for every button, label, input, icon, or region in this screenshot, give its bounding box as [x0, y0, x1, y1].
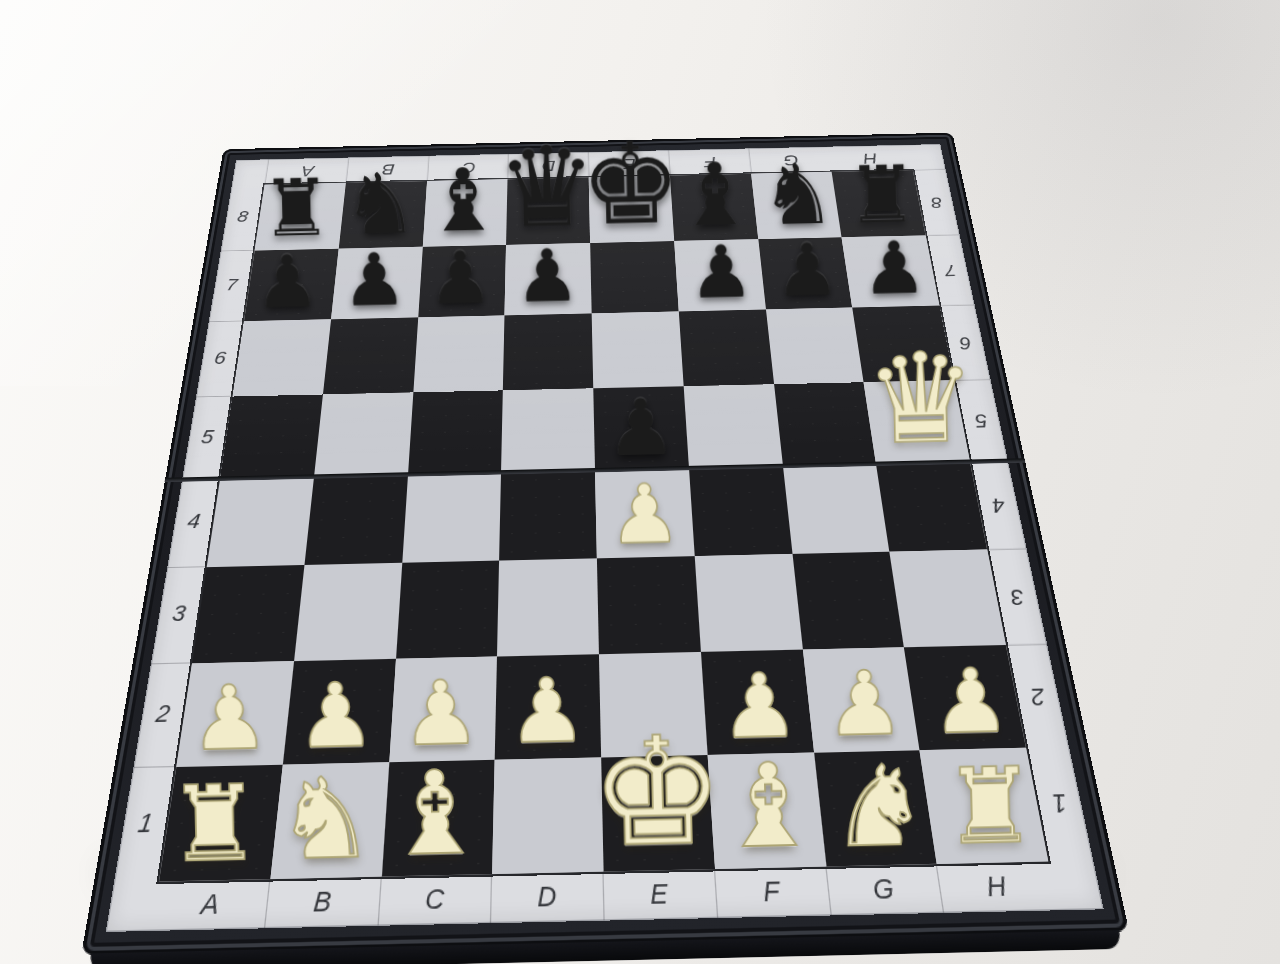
white-pawn-h2[interactable]: ♟ — [930, 659, 1011, 745]
square-a5[interactable] — [220, 395, 323, 479]
white-bishop-f1[interactable]: ♝ — [716, 751, 821, 862]
square-d5[interactable] — [501, 389, 595, 473]
square-b4[interactable] — [304, 474, 407, 564]
square-e8[interactable]: ♚ — [589, 176, 674, 243]
file-label-far-e: E — [588, 150, 670, 177]
square-c7[interactable]: ♟ — [418, 245, 506, 317]
white-pawn-d2[interactable]: ♟ — [507, 669, 588, 755]
board-grid: ♜♞♝♛♚♝♞♜♟♟♟♟♟♟♟♟♛♟♟♟♟♟♟♟♟♜♞♝♚♝♞♜ — [159, 170, 1048, 882]
file-label-b: B — [265, 877, 381, 929]
square-d6[interactable] — [503, 313, 593, 391]
square-a6[interactable] — [232, 319, 330, 397]
square-d3[interactable] — [497, 558, 599, 656]
square-b1[interactable]: ♞ — [270, 763, 389, 879]
square-h7[interactable]: ♟ — [842, 235, 940, 307]
square-h1[interactable]: ♜ — [920, 748, 1048, 864]
square-d7[interactable]: ♟ — [505, 243, 592, 315]
white-knight-g1[interactable]: ♞ — [828, 752, 930, 860]
black-pawn-b7[interactable]: ♟ — [341, 245, 407, 315]
square-f6[interactable] — [679, 309, 774, 386]
square-f3[interactable] — [694, 554, 802, 652]
white-rook-a1[interactable]: ♜ — [167, 774, 263, 875]
black-pawn-c7[interactable]: ♟ — [428, 243, 494, 313]
square-g7[interactable]: ♟ — [758, 237, 853, 309]
file-label-far-a: A — [265, 157, 349, 184]
file-label-far-h: H — [828, 145, 913, 172]
file-label-far-c: C — [427, 154, 509, 181]
square-h5[interactable]: ♛ — [864, 380, 970, 463]
file-label-c: C — [378, 874, 492, 926]
file-label-g: G — [826, 864, 945, 916]
chess-board-frame: ABCDEFGH ABCDEFGH 87654321 87654321 ♜♞♝♛… — [81, 133, 1129, 955]
square-d2[interactable]: ♟ — [495, 654, 601, 760]
square-c5[interactable] — [408, 391, 504, 475]
square-a7[interactable]: ♟ — [244, 249, 339, 321]
square-c6[interactable] — [413, 315, 505, 393]
file-label-d: D — [491, 871, 604, 923]
square-a3[interactable] — [192, 565, 304, 663]
file-label-far-d: D — [508, 152, 589, 179]
white-knight-b1[interactable]: ♞ — [274, 765, 376, 873]
black-pawn-g7[interactable]: ♟ — [775, 235, 841, 305]
square-a4[interactable] — [207, 476, 314, 567]
square-c1[interactable]: ♝ — [381, 760, 495, 876]
white-pawn-f2[interactable]: ♟ — [719, 664, 800, 750]
square-f5[interactable] — [683, 384, 782, 467]
square-g3[interactable] — [792, 551, 904, 649]
frame-side-edge — [88, 930, 1124, 964]
white-pawn-b2[interactable]: ♟ — [295, 673, 376, 759]
square-d4[interactable] — [499, 470, 597, 560]
white-pawn-c2[interactable]: ♟ — [401, 671, 482, 757]
square-a1[interactable]: ♜ — [159, 765, 283, 882]
perspective-container: ABCDEFGH ABCDEFGH 87654321 87654321 ♜♞♝♛… — [165, 40, 1025, 900]
white-pawn-a2[interactable]: ♟ — [189, 676, 270, 762]
file-label-far-f: F — [668, 148, 751, 175]
square-f4[interactable] — [689, 466, 792, 556]
white-bishop-c1[interactable]: ♝ — [383, 759, 488, 870]
black-pawn-a7[interactable]: ♟ — [254, 247, 320, 317]
file-label-f: F — [715, 866, 831, 918]
square-a2[interactable]: ♟ — [176, 661, 294, 768]
square-e7[interactable] — [590, 241, 678, 313]
white-rook-h1[interactable]: ♜ — [943, 756, 1039, 857]
photo-scene: ABCDEFGH ABCDEFGH 87654321 87654321 ♜♞♝♛… — [0, 0, 1280, 964]
square-h3[interactable] — [890, 549, 1006, 647]
square-h2[interactable]: ♟ — [904, 644, 1026, 750]
square-c3[interactable] — [396, 560, 500, 658]
file-label-h: H — [937, 861, 1058, 913]
file-label-a: A — [152, 879, 271, 931]
square-e6[interactable] — [592, 311, 684, 388]
black-queen-d8[interactable]: ♛ — [496, 134, 598, 241]
white-pawn-g2[interactable]: ♟ — [825, 661, 906, 747]
board-tilt: ABCDEFGH ABCDEFGH 87654321 87654321 ♜♞♝♛… — [81, 133, 1129, 955]
file-label-e: E — [604, 869, 718, 921]
square-b3[interactable] — [294, 563, 402, 661]
black-pawn-f7[interactable]: ♟ — [688, 237, 754, 307]
square-f1[interactable]: ♝ — [707, 753, 826, 869]
white-pawn-e4[interactable]: ♟ — [607, 474, 681, 553]
square-d1[interactable] — [492, 758, 603, 874]
black-pawn-e5[interactable]: ♟ — [605, 390, 676, 466]
square-e4[interactable]: ♟ — [595, 468, 694, 558]
square-b5[interactable] — [314, 393, 413, 477]
square-f7[interactable]: ♟ — [674, 239, 765, 311]
black-pawn-d7[interactable]: ♟ — [514, 241, 580, 311]
square-g5[interactable] — [774, 382, 877, 465]
square-h4[interactable] — [876, 461, 987, 551]
file-label-far-b: B — [346, 156, 429, 183]
white-king-e1[interactable]: ♚ — [589, 721, 726, 866]
square-e5[interactable]: ♟ — [593, 387, 688, 470]
black-pawn-h7[interactable]: ♟ — [861, 233, 927, 303]
square-e3[interactable] — [597, 556, 701, 654]
chess-board: ABCDEFGH ABCDEFGH 87654321 87654321 ♜♞♝♛… — [106, 144, 1104, 932]
square-g2[interactable]: ♟ — [802, 647, 919, 753]
square-g4[interactable] — [782, 464, 889, 554]
file-label-far-g: G — [748, 147, 832, 174]
square-g6[interactable] — [765, 307, 863, 384]
square-b6[interactable] — [323, 317, 418, 395]
square-g1[interactable]: ♞ — [814, 750, 937, 866]
square-c4[interactable] — [402, 472, 501, 562]
square-e1[interactable]: ♚ — [601, 755, 715, 871]
square-b2[interactable]: ♟ — [283, 658, 396, 765]
square-b7[interactable]: ♟ — [331, 247, 423, 319]
